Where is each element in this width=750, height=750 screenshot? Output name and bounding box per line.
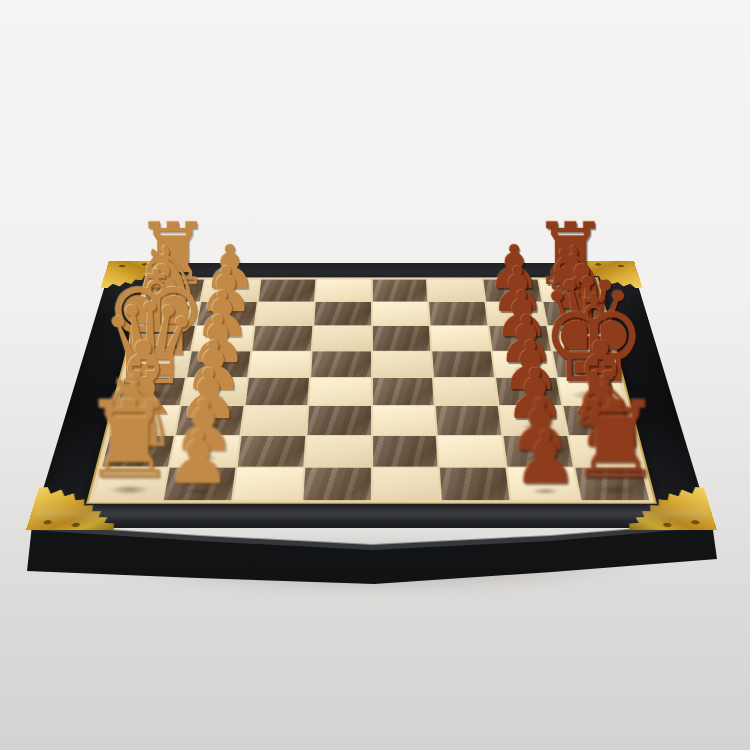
piece-glyph-rook: ♜ — [81, 388, 176, 494]
piece-white-rook: ♜ — [81, 388, 176, 494]
piece-red-rook: ♜ — [567, 388, 662, 494]
piece-glyph-pawn: ♟ — [513, 421, 578, 494]
piece-red-pawn: ♟ — [513, 421, 578, 494]
piece-glyph-rook: ♜ — [567, 388, 662, 494]
photo-backdrop: ♜♞♝♛♚♝♞♜♟♟♟♟♟♟♟♟♟♟♟♟♟♟♟♟♜♞♝♚♛♝♞♜ — [0, 0, 750, 750]
pieces-layer: ♜♞♝♛♚♝♞♜♟♟♟♟♟♟♟♟♟♟♟♟♟♟♟♟♜♞♝♚♛♝♞♜ — [0, 0, 750, 750]
